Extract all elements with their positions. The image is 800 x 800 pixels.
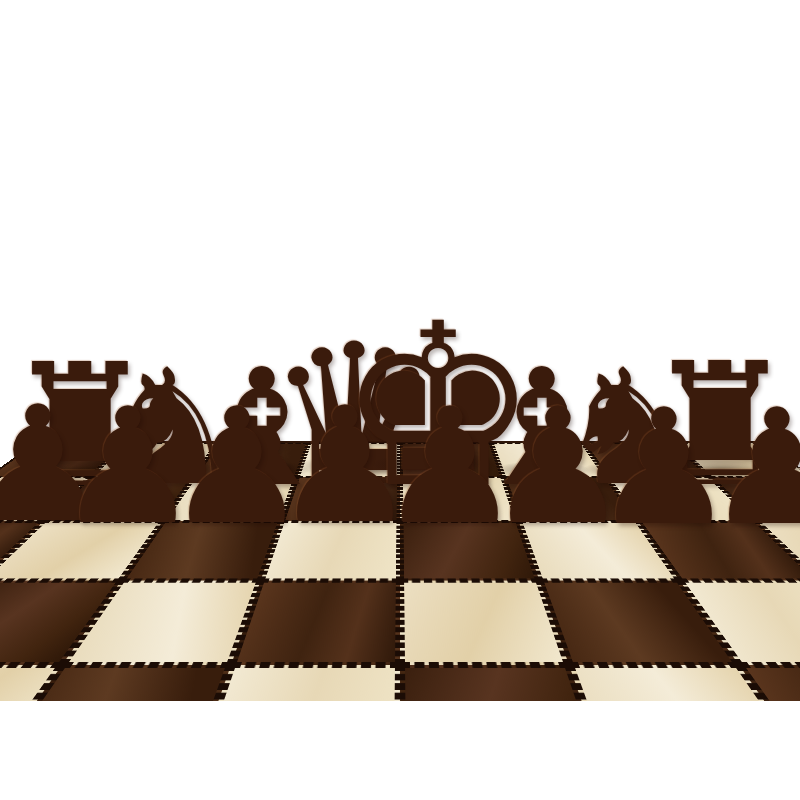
- pieces-layer: ♜♞♝♛♚♝♞♜♟♟♟♟♟♟♟♟: [0, 0, 800, 800]
- photo-canvas: ♜♞♝♛♚♝♞♜♟♟♟♟♟♟♟♟: [0, 0, 800, 800]
- piece-pawn-h7: ♟: [705, 388, 800, 548]
- photo-bottom-margin: [0, 701, 800, 800]
